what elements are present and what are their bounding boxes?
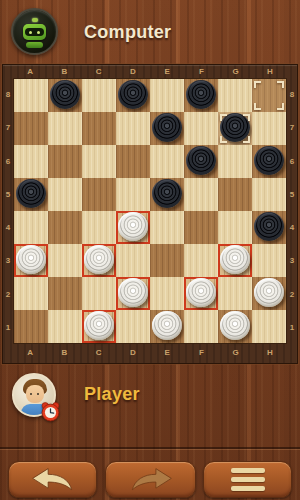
robot-antenna bbox=[32, 18, 38, 22]
square-e3[interactable] bbox=[150, 244, 184, 277]
redo-arrow-icon bbox=[125, 466, 177, 494]
black-piece[interactable] bbox=[186, 80, 216, 109]
black-piece[interactable] bbox=[186, 146, 216, 175]
hamburger-menu-icon bbox=[231, 468, 265, 491]
square-h8[interactable] bbox=[252, 79, 286, 112]
square-a4[interactable] bbox=[14, 211, 48, 244]
black-piece[interactable] bbox=[254, 146, 284, 175]
coord-label: D bbox=[130, 348, 136, 357]
square-a6[interactable] bbox=[14, 145, 48, 178]
square-g1[interactable] bbox=[218, 310, 252, 343]
square-c6[interactable] bbox=[82, 145, 116, 178]
square-b3[interactable] bbox=[48, 244, 82, 277]
white-piece[interactable] bbox=[220, 311, 250, 340]
coord-label: 1 bbox=[6, 323, 10, 332]
black-piece[interactable] bbox=[220, 113, 250, 142]
square-c4[interactable] bbox=[82, 211, 116, 244]
robot-body bbox=[26, 42, 43, 48]
square-f6[interactable] bbox=[184, 145, 218, 178]
square-g2[interactable] bbox=[218, 277, 252, 310]
square-a8[interactable] bbox=[14, 79, 48, 112]
robot-avatar-icon bbox=[11, 8, 58, 55]
toolbar bbox=[0, 447, 300, 500]
square-f5[interactable] bbox=[184, 178, 218, 211]
black-piece[interactable] bbox=[152, 113, 182, 142]
square-f2[interactable] bbox=[184, 277, 218, 310]
square-f3[interactable] bbox=[184, 244, 218, 277]
player-bar: Player bbox=[0, 364, 300, 447]
redo-button[interactable] bbox=[105, 461, 196, 498]
coord-label: 6 bbox=[6, 157, 10, 166]
white-piece[interactable] bbox=[84, 245, 114, 274]
square-e2[interactable] bbox=[150, 277, 184, 310]
square-b1[interactable] bbox=[48, 310, 82, 343]
undo-arrow-icon bbox=[27, 466, 79, 494]
square-h3[interactable] bbox=[252, 244, 286, 277]
coord-label: 5 bbox=[290, 190, 294, 199]
square-e1[interactable] bbox=[150, 310, 184, 343]
black-piece[interactable] bbox=[16, 179, 46, 208]
square-h2[interactable] bbox=[252, 277, 286, 310]
square-d6[interactable] bbox=[116, 145, 150, 178]
white-piece[interactable] bbox=[186, 278, 216, 307]
square-e7[interactable] bbox=[150, 112, 184, 145]
player-eye bbox=[37, 393, 39, 395]
coord-label: 3 bbox=[6, 256, 10, 265]
black-piece[interactable] bbox=[254, 212, 284, 241]
undo-button[interactable] bbox=[8, 461, 97, 498]
square-f1[interactable] bbox=[184, 310, 218, 343]
coord-label: 4 bbox=[6, 223, 10, 232]
coord-label: A bbox=[27, 67, 33, 76]
alarm-clock-icon bbox=[40, 401, 61, 422]
square-a2[interactable] bbox=[14, 277, 48, 310]
coord-label: G bbox=[233, 67, 239, 76]
square-e5[interactable] bbox=[150, 178, 184, 211]
square-c5[interactable] bbox=[82, 178, 116, 211]
coord-label: 6 bbox=[290, 157, 294, 166]
coord-label: 5 bbox=[6, 190, 10, 199]
files-top: ABCDEFGH bbox=[13, 65, 287, 78]
coord-label: 7 bbox=[290, 123, 294, 132]
square-h4[interactable] bbox=[252, 211, 286, 244]
square-d8[interactable] bbox=[116, 79, 150, 112]
coord-label: E bbox=[164, 348, 169, 357]
square-d7[interactable] bbox=[116, 112, 150, 145]
square-h1[interactable] bbox=[252, 310, 286, 343]
coord-label: 8 bbox=[290, 90, 294, 99]
square-g8[interactable] bbox=[218, 79, 252, 112]
square-b4[interactable] bbox=[48, 211, 82, 244]
coord-label: 7 bbox=[6, 123, 10, 132]
square-f8[interactable] bbox=[184, 79, 218, 112]
square-c1[interactable] bbox=[82, 310, 116, 343]
white-piece[interactable] bbox=[254, 278, 284, 307]
white-piece[interactable] bbox=[220, 245, 250, 274]
coord-label: D bbox=[130, 67, 136, 76]
coord-label: 1 bbox=[290, 323, 294, 332]
white-piece[interactable] bbox=[152, 311, 182, 340]
square-c2[interactable] bbox=[82, 277, 116, 310]
checkers-board: ABCDEFGH ABCDEFGH 87654321 87654321 bbox=[2, 64, 298, 364]
coord-label: C bbox=[96, 348, 102, 357]
black-piece[interactable] bbox=[50, 80, 80, 109]
coord-label: 2 bbox=[6, 290, 10, 299]
square-b7[interactable] bbox=[48, 112, 82, 145]
square-e8[interactable] bbox=[150, 79, 184, 112]
black-piece[interactable] bbox=[152, 179, 182, 208]
coord-label: A bbox=[27, 348, 33, 357]
square-d1[interactable] bbox=[116, 310, 150, 343]
square-c8[interactable] bbox=[82, 79, 116, 112]
coord-label: F bbox=[199, 67, 204, 76]
coord-label: 2 bbox=[290, 290, 294, 299]
square-h5[interactable] bbox=[252, 178, 286, 211]
square-a7[interactable] bbox=[14, 112, 48, 145]
square-d4[interactable] bbox=[116, 211, 150, 244]
coord-label: B bbox=[61, 348, 67, 357]
square-a5[interactable] bbox=[14, 178, 48, 211]
app-screen: Computer ABCDEFGH ABCDEFGH 87654321 8765… bbox=[0, 0, 300, 500]
files-bottom: ABCDEFGH bbox=[13, 344, 287, 360]
square-g4[interactable] bbox=[218, 211, 252, 244]
square-g5[interactable] bbox=[218, 178, 252, 211]
square-b5[interactable] bbox=[48, 178, 82, 211]
computer-name: Computer bbox=[84, 22, 171, 43]
square-e4[interactable] bbox=[150, 211, 184, 244]
square-f7[interactable] bbox=[184, 112, 218, 145]
coord-label: F bbox=[199, 348, 204, 357]
white-piece[interactable] bbox=[118, 278, 148, 307]
robot-visor bbox=[25, 28, 44, 36]
square-g3[interactable] bbox=[218, 244, 252, 277]
ranks-right: 87654321 bbox=[287, 78, 297, 344]
square-e6[interactable] bbox=[150, 145, 184, 178]
computer-bar: Computer bbox=[0, 0, 300, 64]
square-h6[interactable] bbox=[252, 145, 286, 178]
square-b8[interactable] bbox=[48, 79, 82, 112]
coord-label: B bbox=[61, 67, 67, 76]
player-eye bbox=[30, 393, 32, 395]
coord-label: H bbox=[267, 348, 273, 357]
ranks-left: 87654321 bbox=[3, 78, 13, 344]
white-piece[interactable] bbox=[118, 212, 148, 241]
square-d2[interactable] bbox=[116, 277, 150, 310]
menu-button[interactable] bbox=[203, 461, 292, 498]
board-grid bbox=[13, 78, 287, 344]
square-a1[interactable] bbox=[14, 310, 48, 343]
player-name: Player bbox=[84, 384, 140, 405]
square-d5[interactable] bbox=[116, 178, 150, 211]
coord-label: 4 bbox=[290, 223, 294, 232]
black-piece[interactable] bbox=[118, 80, 148, 109]
square-d3[interactable] bbox=[116, 244, 150, 277]
square-h7[interactable] bbox=[252, 112, 286, 145]
coord-label: 3 bbox=[290, 256, 294, 265]
coord-label: C bbox=[96, 67, 102, 76]
square-c7[interactable] bbox=[82, 112, 116, 145]
coord-label: E bbox=[164, 67, 169, 76]
robot-head bbox=[23, 24, 46, 40]
square-b6[interactable] bbox=[48, 145, 82, 178]
white-piece[interactable] bbox=[16, 245, 46, 274]
coord-label: 8 bbox=[6, 90, 10, 99]
square-f4[interactable] bbox=[184, 211, 218, 244]
coord-label: H bbox=[267, 67, 273, 76]
robot-eye bbox=[29, 31, 32, 34]
white-piece[interactable] bbox=[84, 311, 114, 340]
robot-eye bbox=[37, 31, 40, 34]
square-b2[interactable] bbox=[48, 277, 82, 310]
square-a3[interactable] bbox=[14, 244, 48, 277]
coord-label: G bbox=[233, 348, 239, 357]
square-g6[interactable] bbox=[218, 145, 252, 178]
square-g7[interactable] bbox=[218, 112, 252, 145]
square-c3[interactable] bbox=[82, 244, 116, 277]
